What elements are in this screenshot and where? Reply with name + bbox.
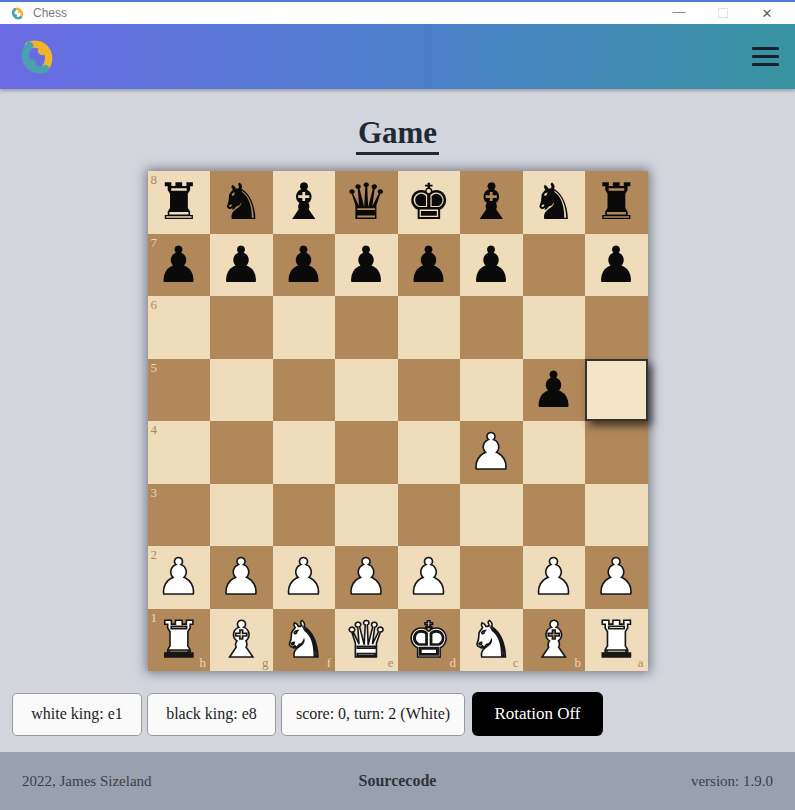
square-h4[interactable] — [585, 421, 648, 484]
black-king[interactable]: ♚ — [398, 171, 461, 234]
square-h8[interactable]: ♜ — [585, 171, 648, 234]
square-g1[interactable]: b♝ — [523, 609, 586, 672]
square-d5[interactable] — [335, 359, 398, 422]
score-turn-status: score: 0, turn: 2 (White) — [281, 693, 465, 736]
square-a7[interactable]: 7♟ — [148, 234, 211, 297]
square-b6[interactable] — [210, 296, 273, 359]
black-pawn[interactable]: ♟ — [398, 234, 461, 297]
close-button[interactable]: ✕ — [745, 2, 789, 24]
rank-label: 3 — [151, 486, 158, 499]
square-e4[interactable] — [398, 421, 461, 484]
minimize-icon: — — [673, 4, 686, 19]
square-a8[interactable]: 8♜ — [148, 171, 211, 234]
black-pawn[interactable]: ♟ — [273, 234, 336, 297]
page-title: Game — [356, 115, 439, 155]
square-d3[interactable] — [335, 484, 398, 547]
white-queen[interactable]: ♛ — [335, 609, 398, 672]
square-h1[interactable]: a♜ — [585, 609, 648, 672]
square-g7[interactable] — [523, 234, 586, 297]
status-bar: white king: e1 black king: e8 score: 0, … — [0, 692, 795, 736]
square-f6[interactable] — [460, 296, 523, 359]
white-pawn[interactable]: ♟ — [523, 546, 586, 609]
square-h6[interactable] — [585, 296, 648, 359]
white-king[interactable]: ♚ — [398, 609, 461, 672]
white-pawn[interactable]: ♟ — [398, 546, 461, 609]
square-f2[interactable] — [460, 546, 523, 609]
square-g8[interactable]: ♞ — [523, 171, 586, 234]
app-header — [0, 24, 795, 89]
square-b4[interactable] — [210, 421, 273, 484]
square-a3[interactable]: 3 — [148, 484, 211, 547]
white-bishop[interactable]: ♝ — [210, 609, 273, 672]
white-king-status: white king: e1 — [12, 693, 142, 736]
square-b1[interactable]: g♝ — [210, 609, 273, 672]
square-f8[interactable]: ♝ — [460, 171, 523, 234]
window-title: Chess — [33, 6, 67, 20]
main-content: Game 8♜♞♝♛♚♝♞♜7♟♟♟♟♟♟♟65♟4♟32♟♟♟♟♟♟♟1h♜g… — [0, 89, 795, 752]
square-a4[interactable]: 4 — [148, 421, 211, 484]
square-b8[interactable]: ♞ — [210, 171, 273, 234]
page-footer: 2022, James Sizeland Sourcecode version:… — [0, 752, 795, 810]
square-a2[interactable]: 2♟ — [148, 546, 211, 609]
square-f4[interactable]: ♟ — [460, 421, 523, 484]
maximize-icon — [718, 8, 728, 18]
square-b5[interactable] — [210, 359, 273, 422]
brand-logo-icon[interactable] — [16, 36, 58, 78]
black-rook[interactable]: ♜ — [585, 171, 648, 234]
square-h3[interactable] — [585, 484, 648, 547]
square-a1[interactable]: 1h♜ — [148, 609, 211, 672]
square-b3[interactable] — [210, 484, 273, 547]
square-b2[interactable]: ♟ — [210, 546, 273, 609]
white-pawn[interactable]: ♟ — [585, 546, 648, 609]
black-knight[interactable]: ♞ — [210, 171, 273, 234]
square-g4[interactable] — [523, 421, 586, 484]
square-a6[interactable]: 6 — [148, 296, 211, 359]
black-pawn[interactable]: ♟ — [460, 234, 523, 297]
rank-label: 4 — [151, 423, 158, 436]
square-e8[interactable]: ♚ — [398, 171, 461, 234]
square-d7[interactable]: ♟ — [335, 234, 398, 297]
black-pawn[interactable]: ♟ — [523, 359, 586, 422]
square-f7[interactable]: ♟ — [460, 234, 523, 297]
square-d2[interactable]: ♟ — [335, 546, 398, 609]
square-g2[interactable]: ♟ — [523, 546, 586, 609]
black-pawn[interactable]: ♟ — [335, 234, 398, 297]
square-e6[interactable] — [398, 296, 461, 359]
window-titlebar: Chess — ✕ — [0, 2, 795, 24]
black-bishop[interactable]: ♝ — [460, 171, 523, 234]
square-h5[interactable] — [585, 359, 648, 422]
black-bishop[interactable]: ♝ — [273, 171, 336, 234]
square-c8[interactable]: ♝ — [273, 171, 336, 234]
hamburger-menu-icon[interactable] — [752, 47, 779, 66]
white-pawn[interactable]: ♟ — [335, 546, 398, 609]
square-a5[interactable]: 5 — [148, 359, 211, 422]
square-c2[interactable]: ♟ — [273, 546, 336, 609]
square-f3[interactable] — [460, 484, 523, 547]
square-d8[interactable]: ♛ — [335, 171, 398, 234]
square-e1[interactable]: d♚ — [398, 609, 461, 672]
square-e3[interactable] — [398, 484, 461, 547]
white-pawn[interactable]: ♟ — [460, 421, 523, 484]
minimize-button[interactable]: — — [657, 2, 701, 24]
square-e2[interactable]: ♟ — [398, 546, 461, 609]
close-icon: ✕ — [762, 6, 773, 21]
square-e5[interactable] — [398, 359, 461, 422]
white-bishop[interactable]: ♝ — [523, 609, 586, 672]
rotation-toggle-button[interactable]: Rotation Off — [472, 692, 603, 736]
sourcecode-link[interactable]: Sourcecode — [0, 772, 795, 790]
square-e7[interactable]: ♟ — [398, 234, 461, 297]
black-king-status: black king: e8 — [147, 693, 276, 736]
square-h2[interactable]: ♟ — [585, 546, 648, 609]
black-pawn[interactable]: ♟ — [585, 234, 648, 297]
square-c5[interactable] — [273, 359, 336, 422]
black-knight[interactable]: ♞ — [523, 171, 586, 234]
square-g6[interactable] — [523, 296, 586, 359]
square-c4[interactable] — [273, 421, 336, 484]
board-container: 8♜♞♝♛♚♝♞♜7♟♟♟♟♟♟♟65♟4♟32♟♟♟♟♟♟♟1h♜g♝f♞e♛… — [148, 171, 648, 671]
black-queen[interactable]: ♛ — [335, 171, 398, 234]
white-rook[interactable]: ♜ — [585, 609, 648, 672]
version-text: version: 1.9.0 — [691, 773, 773, 790]
black-rook[interactable]: ♜ — [148, 171, 211, 234]
white-pawn[interactable]: ♟ — [210, 546, 273, 609]
white-rook[interactable]: ♜ — [148, 609, 211, 672]
square-c6[interactable] — [273, 296, 336, 359]
rank-label: 5 — [151, 361, 158, 374]
white-pawn[interactable]: ♟ — [148, 546, 211, 609]
white-pawn[interactable]: ♟ — [273, 546, 336, 609]
black-pawn[interactable]: ♟ — [210, 234, 273, 297]
square-f5[interactable] — [460, 359, 523, 422]
square-d4[interactable] — [335, 421, 398, 484]
white-knight[interactable]: ♞ — [273, 609, 336, 672]
maximize-button[interactable] — [701, 2, 745, 24]
rank-label: 6 — [151, 298, 158, 311]
square-c7[interactable]: ♟ — [273, 234, 336, 297]
square-d1[interactable]: e♛ — [335, 609, 398, 672]
square-d6[interactable] — [335, 296, 398, 359]
app-logo-icon — [10, 6, 25, 21]
square-c1[interactable]: f♞ — [273, 609, 336, 672]
chess-board[interactable]: 8♜♞♝♛♚♝♞♜7♟♟♟♟♟♟♟65♟4♟32♟♟♟♟♟♟♟1h♜g♝f♞e♛… — [148, 171, 648, 671]
square-g5[interactable]: ♟ — [523, 359, 586, 422]
black-pawn[interactable]: ♟ — [148, 234, 211, 297]
square-g3[interactable] — [523, 484, 586, 547]
square-h7[interactable]: ♟ — [585, 234, 648, 297]
white-knight[interactable]: ♞ — [460, 609, 523, 672]
square-f1[interactable]: c♞ — [460, 609, 523, 672]
square-b7[interactable]: ♟ — [210, 234, 273, 297]
square-c3[interactable] — [273, 484, 336, 547]
